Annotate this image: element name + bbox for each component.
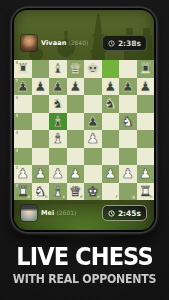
piece-white-king: ♚ [87, 184, 99, 198]
square-e3[interactable] [84, 148, 102, 166]
square-h3[interactable] [137, 148, 155, 166]
player-name-row: Mei (2601) [41, 209, 76, 217]
square-g8[interactable] [119, 60, 137, 78]
square-a3[interactable]: 3 [14, 148, 32, 166]
square-g2[interactable]: ♟ [119, 165, 137, 183]
square-c7[interactable]: ♟ [49, 78, 67, 96]
piece-white-knight: ♞ [34, 184, 46, 198]
piece-black-pawn: ♟ [87, 114, 99, 128]
piece-black-pawn: ♟ [34, 79, 46, 93]
square-c8[interactable]: ♝ [49, 60, 67, 78]
piece-black-pawn: ♟ [122, 79, 134, 93]
clock-icon [108, 210, 115, 217]
square-b6[interactable] [32, 95, 50, 113]
piece-black-pawn: ♟ [104, 79, 116, 93]
square-d6[interactable] [67, 95, 85, 113]
square-a4[interactable]: 4 [14, 130, 32, 148]
square-e8[interactable]: ♚ [84, 60, 102, 78]
player-time: 2:45s [118, 209, 141, 218]
square-c3[interactable] [49, 148, 67, 166]
square-a7[interactable]: 7♟ [14, 78, 32, 96]
square-a2[interactable]: 2♟ [14, 165, 32, 183]
piece-black-king: ♚ [87, 62, 99, 76]
square-e7[interactable] [84, 78, 102, 96]
ad-tagline: LIVE CHESS WITH REAL OPPONENTS [0, 244, 169, 286]
piece-white-bishop: ♝ [52, 132, 64, 146]
square-f3[interactable] [102, 148, 120, 166]
square-h6[interactable] [137, 95, 155, 113]
coordinate-file-label: f [116, 195, 118, 199]
piece-black-bishop: ♝ [52, 62, 64, 76]
square-d3[interactable] [67, 148, 85, 166]
opponent-time: 2:38s [118, 39, 141, 48]
square-e1[interactable]: e♚ [84, 183, 102, 201]
square-h4[interactable] [137, 130, 155, 148]
piece-white-pawn: ♟ [52, 167, 64, 181]
square-c4[interactable]: ♝ [49, 130, 67, 148]
square-h2[interactable]: ♟ [137, 165, 155, 183]
square-b7[interactable]: ♟ [32, 78, 50, 96]
square-e4[interactable]: ♟ [84, 130, 102, 148]
opponent-clock-badge: 2:38s [102, 35, 147, 51]
piece-black-pawn: ♟ [69, 79, 81, 93]
tagline-line1: LIVE CHESS [8, 244, 160, 270]
player-clock-badge: 2:45s [102, 205, 147, 221]
opponent-player-bar[interactable]: Vivaan (2640) 2:38s [14, 34, 154, 52]
square-g7[interactable]: ♟ [119, 78, 137, 96]
square-d8[interactable]: ♛ [67, 60, 85, 78]
square-f2[interactable]: ♟ [102, 165, 120, 183]
piece-white-pawn: ♟ [69, 167, 81, 181]
square-f4[interactable] [102, 130, 120, 148]
piece-black-rook: ♜ [139, 62, 151, 76]
square-f5[interactable] [102, 113, 120, 131]
piece-white-knight: ♞ [122, 114, 134, 128]
square-d2[interactable]: ♟ [67, 165, 85, 183]
square-d4[interactable] [67, 130, 85, 148]
chess-board: 8♜♝♛♚♜7♟♟♟♟♟♟♟6♞♞5♝♟♞4♝♟32♟♟♟♟♟♟♟1a♜b♞c♝… [14, 60, 154, 200]
square-a8[interactable]: 8♜ [14, 60, 32, 78]
square-c6[interactable]: ♞ [49, 95, 67, 113]
square-b4[interactable] [32, 130, 50, 148]
opponent-name-row: Vivaan (2640) [41, 39, 88, 47]
opponent-avatar[interactable] [21, 35, 37, 51]
square-c2[interactable]: ♟ [49, 165, 67, 183]
coordinate-file-label: g [132, 195, 135, 199]
coordinate-rank-label: 3 [16, 149, 19, 153]
square-e2[interactable] [84, 165, 102, 183]
piece-white-rook: ♜ [139, 184, 151, 198]
square-c5[interactable]: ♝ [49, 113, 67, 131]
square-g1[interactable]: g [119, 183, 137, 201]
square-a1[interactable]: 1a♜ [14, 183, 32, 201]
player-rating: (2601) [56, 209, 76, 216]
square-h1[interactable]: h♜ [137, 183, 155, 201]
square-g5[interactable]: ♞ [119, 113, 137, 131]
piece-black-pawn: ♟ [139, 79, 151, 93]
square-b1[interactable]: b♞ [32, 183, 50, 201]
square-b2[interactable]: ♟ [32, 165, 50, 183]
coordinate-rank-label: 4 [16, 131, 19, 135]
tagline-line2: WITH REAL OPPONENTS [10, 272, 159, 286]
piece-white-pawn: ♟ [87, 132, 99, 146]
square-d7[interactable]: ♟ [67, 78, 85, 96]
piece-black-bishop: ♝ [52, 114, 64, 128]
square-a6[interactable]: 6 [14, 95, 32, 113]
app-screen: Vivaan (2640) 2:38s 8♜♝♛♚♜7♟♟♟♟♟♟♟6♞♞5♝♟… [14, 10, 154, 230]
piece-white-rook: ♜ [17, 184, 29, 198]
piece-white-pawn: ♟ [122, 167, 134, 181]
square-g4[interactable] [119, 130, 137, 148]
piece-black-pawn: ♟ [52, 79, 64, 93]
player-avatar[interactable] [21, 205, 37, 221]
square-e6[interactable] [84, 95, 102, 113]
square-h7[interactable]: ♟ [137, 78, 155, 96]
square-f1[interactable]: f [102, 183, 120, 201]
square-g3[interactable] [119, 148, 137, 166]
square-b8[interactable] [32, 60, 50, 78]
square-e5[interactable]: ♟ [84, 113, 102, 131]
square-c1[interactable]: c♝ [49, 183, 67, 201]
square-d1[interactable]: d♛ [67, 183, 85, 201]
piece-white-pawn: ♟ [17, 167, 29, 181]
square-f7[interactable]: ♟ [102, 78, 120, 96]
piece-black-pawn: ♟ [17, 79, 29, 93]
piece-black-queen: ♛ [69, 62, 81, 76]
player-name: Mei [41, 209, 54, 217]
coordinate-rank-label: 5 [16, 114, 19, 118]
piece-white-bishop: ♝ [52, 184, 64, 198]
square-a5[interactable]: 5 [14, 113, 32, 131]
piece-black-knight: ♞ [104, 97, 116, 111]
square-d5[interactable] [67, 113, 85, 131]
phone-mockup: Vivaan (2640) 2:38s 8♜♝♛♚♜7♟♟♟♟♟♟♟6♞♞5♝♟… [12, 8, 156, 232]
square-g6[interactable] [119, 95, 137, 113]
player-player-bar[interactable]: Mei (2601) 2:45s [14, 204, 154, 222]
piece-black-rook: ♜ [17, 62, 29, 76]
piece-black-knight: ♞ [52, 97, 64, 111]
square-b3[interactable] [32, 148, 50, 166]
square-f6[interactable]: ♞ [102, 95, 120, 113]
square-h5[interactable] [137, 113, 155, 131]
piece-white-pawn: ♟ [104, 167, 116, 181]
piece-white-pawn: ♟ [34, 167, 46, 181]
opponent-rating: (2640) [68, 39, 88, 46]
clock-icon [108, 40, 115, 47]
square-f8[interactable] [102, 60, 120, 78]
piece-white-queen: ♛ [69, 184, 81, 198]
piece-white-pawn: ♟ [139, 167, 151, 181]
square-b5[interactable] [32, 113, 50, 131]
chess-app-ad: Vivaan (2640) 2:38s 8♜♝♛♚♜7♟♟♟♟♟♟♟6♞♞5♝♟… [0, 0, 169, 300]
square-h8[interactable]: ♜ [137, 60, 155, 78]
opponent-name: Vivaan [41, 39, 66, 47]
coordinate-rank-label: 6 [16, 96, 19, 100]
